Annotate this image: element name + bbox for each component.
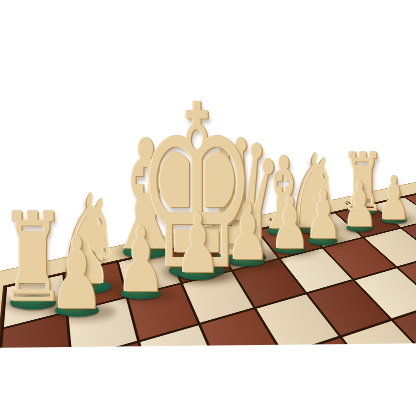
- chess-product-photo: hgfedcba 12345678 ♜♟♟♞♝♟♟♝♛♟♚♟♞♟♜♟: [0, 0, 416, 416]
- piece-white-pawn-h2: ♟: [27, 237, 127, 311]
- white-pawn-glyph: ♟: [47, 237, 107, 311]
- pieces-layer: ♜♟♟♞♝♟♟♝♛♟♚♟♞♟♜♟: [0, 0, 416, 416]
